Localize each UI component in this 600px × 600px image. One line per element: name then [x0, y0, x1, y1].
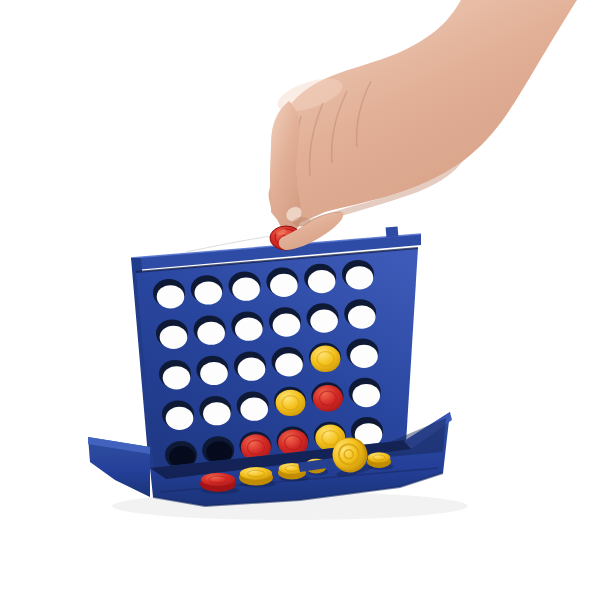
hole-empty — [163, 366, 191, 389]
hole-empty — [308, 270, 336, 293]
hinge-tab — [386, 226, 399, 237]
hole-empty — [166, 407, 194, 430]
connect-four-photo-scene — [0, 0, 600, 600]
hole-empty — [235, 318, 263, 341]
board-disc-yellow — [276, 390, 306, 416]
hole-empty — [273, 314, 301, 337]
board-disc-yellow — [311, 346, 341, 372]
hole-empty — [346, 266, 374, 289]
hole-empty — [203, 402, 231, 425]
hand — [269, 0, 577, 250]
hole-empty — [240, 398, 268, 421]
hole-empty — [200, 362, 228, 385]
hole-empty — [160, 326, 188, 349]
screenshot-root — [0, 0, 600, 600]
hand-back — [269, 0, 577, 225]
hole-empty — [232, 278, 260, 301]
hole-empty — [195, 281, 223, 304]
hole-empty — [348, 305, 376, 328]
hole-empty — [352, 384, 380, 407]
hole-empty — [157, 285, 185, 308]
hole-empty — [270, 274, 298, 297]
board-disc-red — [313, 385, 343, 411]
hole-empty — [197, 322, 225, 345]
hole-empty — [238, 358, 266, 381]
hole-empty — [275, 353, 303, 376]
hole-empty — [310, 310, 338, 333]
hole-empty — [350, 345, 378, 368]
connect-four-board — [131, 226, 421, 470]
